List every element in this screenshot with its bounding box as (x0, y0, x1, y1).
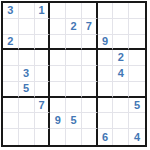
cell-r1c4[interactable] (50, 3, 66, 19)
cell-r3c5[interactable] (66, 35, 82, 51)
cell-r5c1[interactable] (3, 66, 19, 82)
given-digit: 1 (38, 5, 44, 16)
cell-r8c3[interactable] (35, 113, 51, 129)
cell-r1c7[interactable] (98, 3, 114, 19)
cell-r2c8[interactable] (113, 19, 129, 35)
cell-r8c8[interactable] (113, 113, 129, 129)
cell-r6c8[interactable] (113, 82, 129, 98)
cell-r8c9[interactable] (129, 113, 145, 129)
cell-r5c7[interactable] (98, 66, 114, 82)
cell-r8c6[interactable] (82, 113, 98, 129)
cell-r2c2[interactable] (19, 19, 35, 35)
cell-r8c4[interactable]: 9 (50, 113, 66, 129)
cell-r1c9[interactable] (129, 3, 145, 19)
cell-r5c5[interactable] (66, 66, 82, 82)
cell-r3c8[interactable] (113, 35, 129, 51)
given-digit: 2 (70, 21, 76, 32)
cell-r4c7[interactable] (98, 50, 114, 66)
cell-r4c9[interactable] (129, 50, 145, 66)
given-digit: 7 (38, 100, 44, 111)
cell-r7c4[interactable] (50, 98, 66, 114)
cell-r1c6[interactable] (82, 3, 98, 19)
cell-r7c3[interactable]: 7 (35, 98, 51, 114)
cell-r7c1[interactable] (3, 98, 19, 114)
cell-r6c9[interactable] (129, 82, 145, 98)
cell-r9c8[interactable] (113, 129, 129, 145)
cell-r9c6[interactable] (82, 129, 98, 145)
cell-r1c8[interactable] (113, 3, 129, 19)
cell-r9c4[interactable] (50, 129, 66, 145)
cell-r1c1[interactable]: 3 (3, 3, 19, 19)
given-digit: 4 (118, 68, 124, 79)
cell-r3c6[interactable] (82, 35, 98, 51)
cell-r6c7[interactable] (98, 82, 114, 98)
cell-r5c9[interactable] (129, 66, 145, 82)
cell-r4c8[interactable]: 2 (113, 50, 129, 66)
cell-r6c2[interactable]: 5 (19, 82, 35, 98)
given-digit: 6 (102, 132, 108, 143)
cell-r5c6[interactable] (82, 66, 98, 82)
cell-r7c8[interactable] (113, 98, 129, 114)
given-digit: 2 (118, 52, 124, 63)
cell-r9c2[interactable] (19, 129, 35, 145)
cell-r4c5[interactable] (66, 50, 82, 66)
cell-r4c3[interactable] (35, 50, 51, 66)
cell-r4c2[interactable] (19, 50, 35, 66)
cell-r5c4[interactable] (50, 66, 66, 82)
cell-r2c9[interactable] (129, 19, 145, 35)
cell-r5c8[interactable]: 4 (113, 66, 129, 82)
cell-r6c1[interactable] (3, 82, 19, 98)
given-digit: 5 (70, 115, 76, 126)
cell-r4c4[interactable] (50, 50, 66, 66)
cell-r5c3[interactable] (35, 66, 51, 82)
cell-r3c2[interactable] (19, 35, 35, 51)
cell-r3c3[interactable] (35, 35, 51, 51)
given-digit: 3 (7, 5, 13, 16)
given-digit: 5 (23, 83, 29, 94)
cell-r7c2[interactable] (19, 98, 35, 114)
cell-r5c2[interactable]: 3 (19, 66, 35, 82)
cell-r8c2[interactable] (19, 113, 35, 129)
cell-r7c7[interactable] (98, 98, 114, 114)
cell-r1c5[interactable] (66, 3, 82, 19)
sudoku-board: 3127292345759564 (1, 1, 147, 147)
cell-r2c7[interactable] (98, 19, 114, 35)
given-digit: 2 (7, 36, 13, 47)
given-digit: 5 (134, 100, 140, 111)
given-digit: 3 (23, 68, 29, 79)
cell-r7c6[interactable] (82, 98, 98, 114)
given-digit: 9 (102, 36, 108, 47)
cell-r2c5[interactable]: 2 (66, 19, 82, 35)
cell-r2c6[interactable]: 7 (82, 19, 98, 35)
cell-r6c4[interactable] (50, 82, 66, 98)
cell-r9c5[interactable] (66, 129, 82, 145)
cell-r3c4[interactable] (50, 35, 66, 51)
given-digit: 9 (55, 115, 61, 126)
cell-r2c4[interactable] (50, 19, 66, 35)
cell-r1c2[interactable] (19, 3, 35, 19)
cell-r7c5[interactable] (66, 98, 82, 114)
given-digit: 7 (86, 21, 92, 32)
cell-r3c1[interactable]: 2 (3, 35, 19, 51)
cell-r9c3[interactable] (35, 129, 51, 145)
cell-r8c1[interactable] (3, 113, 19, 129)
cell-r6c6[interactable] (82, 82, 98, 98)
cell-r3c9[interactable] (129, 35, 145, 51)
cell-r2c1[interactable] (3, 19, 19, 35)
cell-r4c1[interactable] (3, 50, 19, 66)
cell-r6c5[interactable] (66, 82, 82, 98)
cell-r7c9[interactable]: 5 (129, 98, 145, 114)
cell-r9c7[interactable]: 6 (98, 129, 114, 145)
cell-r9c1[interactable] (3, 129, 19, 145)
cell-r1c3[interactable]: 1 (35, 3, 51, 19)
cell-r8c7[interactable] (98, 113, 114, 129)
cell-r4c6[interactable] (82, 50, 98, 66)
cell-r9c9[interactable]: 4 (129, 129, 145, 145)
given-digit: 4 (134, 132, 140, 143)
cell-r3c7[interactable]: 9 (98, 35, 114, 51)
cell-r6c3[interactable] (35, 82, 51, 98)
cell-r2c3[interactable] (35, 19, 51, 35)
cell-r8c5[interactable]: 5 (66, 113, 82, 129)
